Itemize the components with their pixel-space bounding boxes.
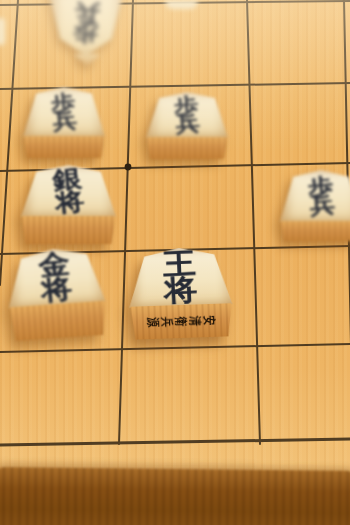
kanji-char: 将: [54, 189, 85, 214]
star-point: [125, 164, 132, 171]
kanji-char: 将: [163, 276, 197, 304]
maker-inscription: 源 兵 衛 清 安: [129, 303, 233, 340]
piece-pawn-left[interactable]: 歩 兵: [23, 87, 105, 159]
piece-top-face: 金 将: [5, 246, 106, 309]
piece-front-tip: [71, 54, 103, 66]
piece-top-face: 王 将: [127, 246, 232, 308]
piece-gold-general[interactable]: 金 将: [5, 246, 108, 343]
piece-top-face: 歩 兵: [23, 87, 105, 137]
piece-kanji: 歩 兵: [307, 176, 335, 217]
piece-top-face: 歩 兵: [146, 92, 228, 138]
piece-front-face: [23, 136, 105, 158]
piece-front-face: [21, 216, 116, 244]
piece-kanji: 歩 兵: [50, 92, 77, 131]
kanji-char: 兵: [175, 114, 200, 134]
inscription-char: 安: [201, 315, 219, 325]
piece-fragment-left: [0, 18, 5, 45]
grid-vline: [247, 0, 260, 444]
piece-front-face: [280, 221, 350, 241]
piece-king[interactable]: 王 将 源 兵 衛 清 安: [127, 246, 233, 341]
piece-fragment-top: [165, 0, 198, 9]
piece-front-face: [146, 137, 228, 159]
piece-kanji: 銀 将: [52, 167, 86, 215]
piece-top-face: 歩 兵: [280, 170, 350, 222]
piece-kanji: 金 将: [37, 251, 73, 303]
piece-top-face: 銀 将: [21, 165, 116, 217]
kanji-char: 将: [40, 275, 73, 303]
piece-kanji: 王 将: [162, 249, 198, 304]
shogi-board-photo: 歩 兵 歩 兵 歩 兵 銀 将: [0, 0, 350, 525]
grid-hline: [0, 344, 350, 352]
kanji-char: 兵: [74, 2, 100, 24]
piece-front-face: [9, 301, 108, 342]
piece-gote-pawn[interactable]: 歩 兵: [48, 0, 124, 70]
piece-kanji: 歩 兵: [174, 96, 201, 135]
piece-pawn-right[interactable]: 歩 兵: [280, 170, 350, 242]
piece-silver-general[interactable]: 銀 将: [21, 165, 116, 245]
grid-edge-line: [0, 439, 350, 445]
kanji-char: 兵: [309, 195, 336, 216]
kanji-char: 兵: [52, 111, 78, 132]
piece-top-face: 歩 兵: [48, 0, 124, 56]
board-front-edge: [0, 467, 350, 525]
piece-kanji: 歩 兵: [72, 2, 100, 44]
piece-pawn-center[interactable]: 歩 兵: [146, 92, 228, 160]
